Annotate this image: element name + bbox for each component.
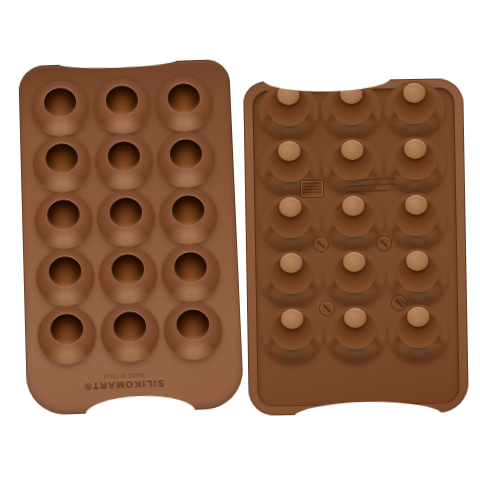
mold-dome	[388, 304, 449, 361]
embossed-text-lines	[346, 177, 394, 197]
wavy-edge-top-cutout	[58, 54, 178, 70]
mold-dome	[262, 307, 323, 364]
mold-cavity	[160, 244, 221, 303]
mold-cavity	[162, 301, 223, 361]
mold-dome	[325, 306, 386, 363]
mold-cavity	[32, 135, 92, 193]
back-dome-grid	[256, 80, 451, 359]
mold-dome	[260, 195, 321, 252]
mold-cavity	[94, 133, 154, 191]
mold-cavity	[154, 75, 214, 133]
mold-dome	[323, 194, 384, 251]
mold-cavity	[92, 78, 152, 136]
mold-cavity	[100, 303, 161, 363]
mold-dome	[385, 136, 446, 193]
mold-dome	[261, 251, 322, 308]
mold-cavity	[96, 189, 156, 248]
front-cavity-grid	[29, 75, 226, 357]
mold-cavity	[158, 187, 219, 246]
mold-cavity	[98, 246, 159, 305]
silikomart-stamp-icon	[300, 180, 324, 198]
mold-cavity	[37, 305, 98, 365]
mold-cavity	[31, 80, 90, 138]
embossed-branding: SILIKOMART® MADE IN ITALY	[83, 370, 164, 390]
mold-dome	[386, 192, 447, 249]
mold-cavity	[156, 131, 216, 189]
wavy-edge-bottom-cutout	[84, 394, 196, 434]
chocolate-mold-front: SILIKOMART® MADE IN ITALY	[18, 59, 244, 416]
chocolate-mold-back	[243, 78, 469, 416]
mold-cavity	[34, 191, 94, 250]
mold-dome	[384, 80, 445, 137]
product-photo-canvas: SILIKOMART® MADE IN ITALY	[0, 0, 480, 480]
mold-cavity	[35, 248, 95, 307]
mold-dome	[324, 250, 385, 307]
